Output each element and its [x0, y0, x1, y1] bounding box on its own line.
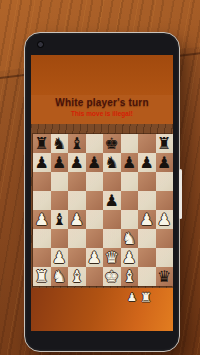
square-b1[interactable]: ♞ — [51, 267, 69, 286]
square-a1[interactable]: ♜ — [33, 267, 51, 286]
square-e2[interactable]: ♛ — [103, 248, 121, 267]
screen-footer: ♟♜ — [31, 288, 173, 331]
square-a6[interactable] — [33, 172, 51, 191]
turn-status-text: White player's turn — [55, 97, 148, 109]
square-g6[interactable] — [138, 172, 156, 191]
square-e7[interactable]: ♞ — [103, 153, 121, 172]
square-d7[interactable]: ♟ — [86, 153, 104, 172]
square-e5[interactable]: ♟ — [103, 191, 121, 210]
piece-black-rook[interactable]: ♜ — [33, 134, 51, 153]
square-d1[interactable] — [86, 267, 104, 286]
square-h8[interactable]: ♜ — [156, 134, 174, 153]
square-f1[interactable]: ♝ — [121, 267, 139, 286]
square-f4[interactable] — [121, 210, 139, 229]
square-a5[interactable] — [33, 191, 51, 210]
square-f6[interactable] — [121, 172, 139, 191]
piece-white-pawn[interactable]: ♟ — [86, 248, 104, 267]
square-h2[interactable] — [156, 248, 174, 267]
piece-black-pawn[interactable]: ♟ — [86, 153, 104, 172]
phone-frame: White player's turn This move is illegal… — [24, 32, 180, 352]
square-c1[interactable]: ♝ — [68, 267, 86, 286]
square-b6[interactable] — [51, 172, 69, 191]
square-a8[interactable]: ♜ — [33, 134, 51, 153]
piece-black-knight[interactable]: ♞ — [103, 153, 121, 172]
piece-black-bishop[interactable]: ♝ — [51, 210, 69, 229]
volume-button[interactable] — [179, 169, 182, 219]
square-e4[interactable] — [103, 210, 121, 229]
piece-white-bishop[interactable]: ♝ — [121, 267, 139, 286]
square-f7[interactable]: ♟ — [121, 153, 139, 172]
piece-white-king[interactable]: ♚ — [103, 267, 121, 286]
piece-black-pawn[interactable]: ♟ — [68, 153, 86, 172]
app-screen: White player's turn This move is illegal… — [31, 55, 173, 331]
square-f2[interactable]: ♟ — [121, 248, 139, 267]
piece-black-bishop[interactable]: ♝ — [68, 134, 86, 153]
square-f5[interactable] — [121, 191, 139, 210]
square-c4[interactable]: ♟ — [68, 210, 86, 229]
screen-header — [31, 55, 173, 95]
piece-black-queen[interactable]: ♛ — [156, 267, 174, 286]
square-d3[interactable] — [86, 229, 104, 248]
captured-pieces-tray: ♟♜ — [127, 291, 152, 305]
status-banner: White player's turn This move is illegal… — [31, 95, 173, 124]
square-c2[interactable] — [68, 248, 86, 267]
square-h7[interactable]: ♟ — [156, 153, 174, 172]
square-c7[interactable]: ♟ — [68, 153, 86, 172]
piece-black-king[interactable]: ♚ — [103, 134, 121, 153]
piece-white-knight[interactable]: ♞ — [121, 229, 139, 248]
piece-black-knight[interactable]: ♞ — [51, 134, 69, 153]
square-h5[interactable] — [156, 191, 174, 210]
square-e6[interactable] — [103, 172, 121, 191]
square-d6[interactable] — [86, 172, 104, 191]
square-b7[interactable]: ♟ — [51, 153, 69, 172]
square-e1[interactable]: ♚ — [103, 267, 121, 286]
square-h1[interactable]: ♛ — [156, 267, 174, 286]
piece-white-pawn[interactable]: ♟ — [138, 210, 156, 229]
square-c5[interactable] — [68, 191, 86, 210]
square-e8[interactable]: ♚ — [103, 134, 121, 153]
square-h3[interactable] — [156, 229, 174, 248]
wood-background: White player's turn This move is illegal… — [0, 0, 200, 355]
square-c6[interactable] — [68, 172, 86, 191]
square-f3[interactable]: ♞ — [121, 229, 139, 248]
illegal-move-warning: This move is illegal! — [71, 109, 133, 118]
square-g2[interactable] — [138, 248, 156, 267]
piece-black-pawn[interactable]: ♟ — [103, 191, 121, 210]
square-d5[interactable] — [86, 191, 104, 210]
square-b8[interactable]: ♞ — [51, 134, 69, 153]
square-b3[interactable] — [51, 229, 69, 248]
piece-white-pawn[interactable]: ♟ — [121, 248, 139, 267]
square-g7[interactable]: ♟ — [138, 153, 156, 172]
piece-white-pawn[interactable]: ♟ — [33, 210, 51, 229]
square-h6[interactable] — [156, 172, 174, 191]
front-camera-icon — [37, 41, 44, 48]
square-d4[interactable] — [86, 210, 104, 229]
piece-black-pawn[interactable]: ♟ — [138, 153, 156, 172]
piece-white-bishop[interactable]: ♝ — [68, 267, 86, 286]
piece-white-rook[interactable]: ♜ — [33, 267, 51, 286]
square-g8[interactable] — [138, 134, 156, 153]
square-d2[interactable]: ♟ — [86, 248, 104, 267]
piece-black-pawn[interactable]: ♟ — [51, 153, 69, 172]
square-e3[interactable] — [103, 229, 121, 248]
square-d8[interactable] — [86, 134, 104, 153]
square-g4[interactable]: ♟ — [138, 210, 156, 229]
square-f8[interactable] — [121, 134, 139, 153]
captured-white-rook: ♜ — [140, 291, 152, 305]
piece-black-rook[interactable]: ♜ — [156, 134, 174, 153]
piece-white-pawn[interactable]: ♟ — [156, 210, 174, 229]
piece-black-pawn[interactable]: ♟ — [156, 153, 174, 172]
square-a2[interactable] — [33, 248, 51, 267]
square-a3[interactable] — [33, 229, 51, 248]
square-c8[interactable]: ♝ — [68, 134, 86, 153]
piece-white-pawn[interactable]: ♟ — [68, 210, 86, 229]
piece-black-pawn[interactable]: ♟ — [33, 153, 51, 172]
square-g5[interactable] — [138, 191, 156, 210]
piece-white-queen[interactable]: ♛ — [103, 248, 121, 267]
piece-black-pawn[interactable]: ♟ — [121, 153, 139, 172]
chess-board-frame: ♜♞♝♚♜♟♟♟♟♞♟♟♟♟♟♝♟♟♟♞♟♟♛♟♜♞♝♚♝♛ — [31, 124, 173, 288]
captured-white-pawn: ♟ — [127, 291, 137, 305]
piece-white-knight[interactable]: ♞ — [51, 267, 69, 286]
square-h4[interactable]: ♟ — [156, 210, 174, 229]
piece-white-pawn[interactable]: ♟ — [51, 248, 69, 267]
square-g3[interactable] — [138, 229, 156, 248]
square-a7[interactable]: ♟ — [33, 153, 51, 172]
square-c3[interactable] — [68, 229, 86, 248]
square-b4[interactable]: ♝ — [51, 210, 69, 229]
chess-board: ♜♞♝♚♜♟♟♟♟♞♟♟♟♟♟♝♟♟♟♞♟♟♛♟♜♞♝♚♝♛ — [32, 133, 172, 287]
square-b2[interactable]: ♟ — [51, 248, 69, 267]
square-b5[interactable] — [51, 191, 69, 210]
square-a4[interactable]: ♟ — [33, 210, 51, 229]
square-g1[interactable] — [138, 267, 156, 286]
